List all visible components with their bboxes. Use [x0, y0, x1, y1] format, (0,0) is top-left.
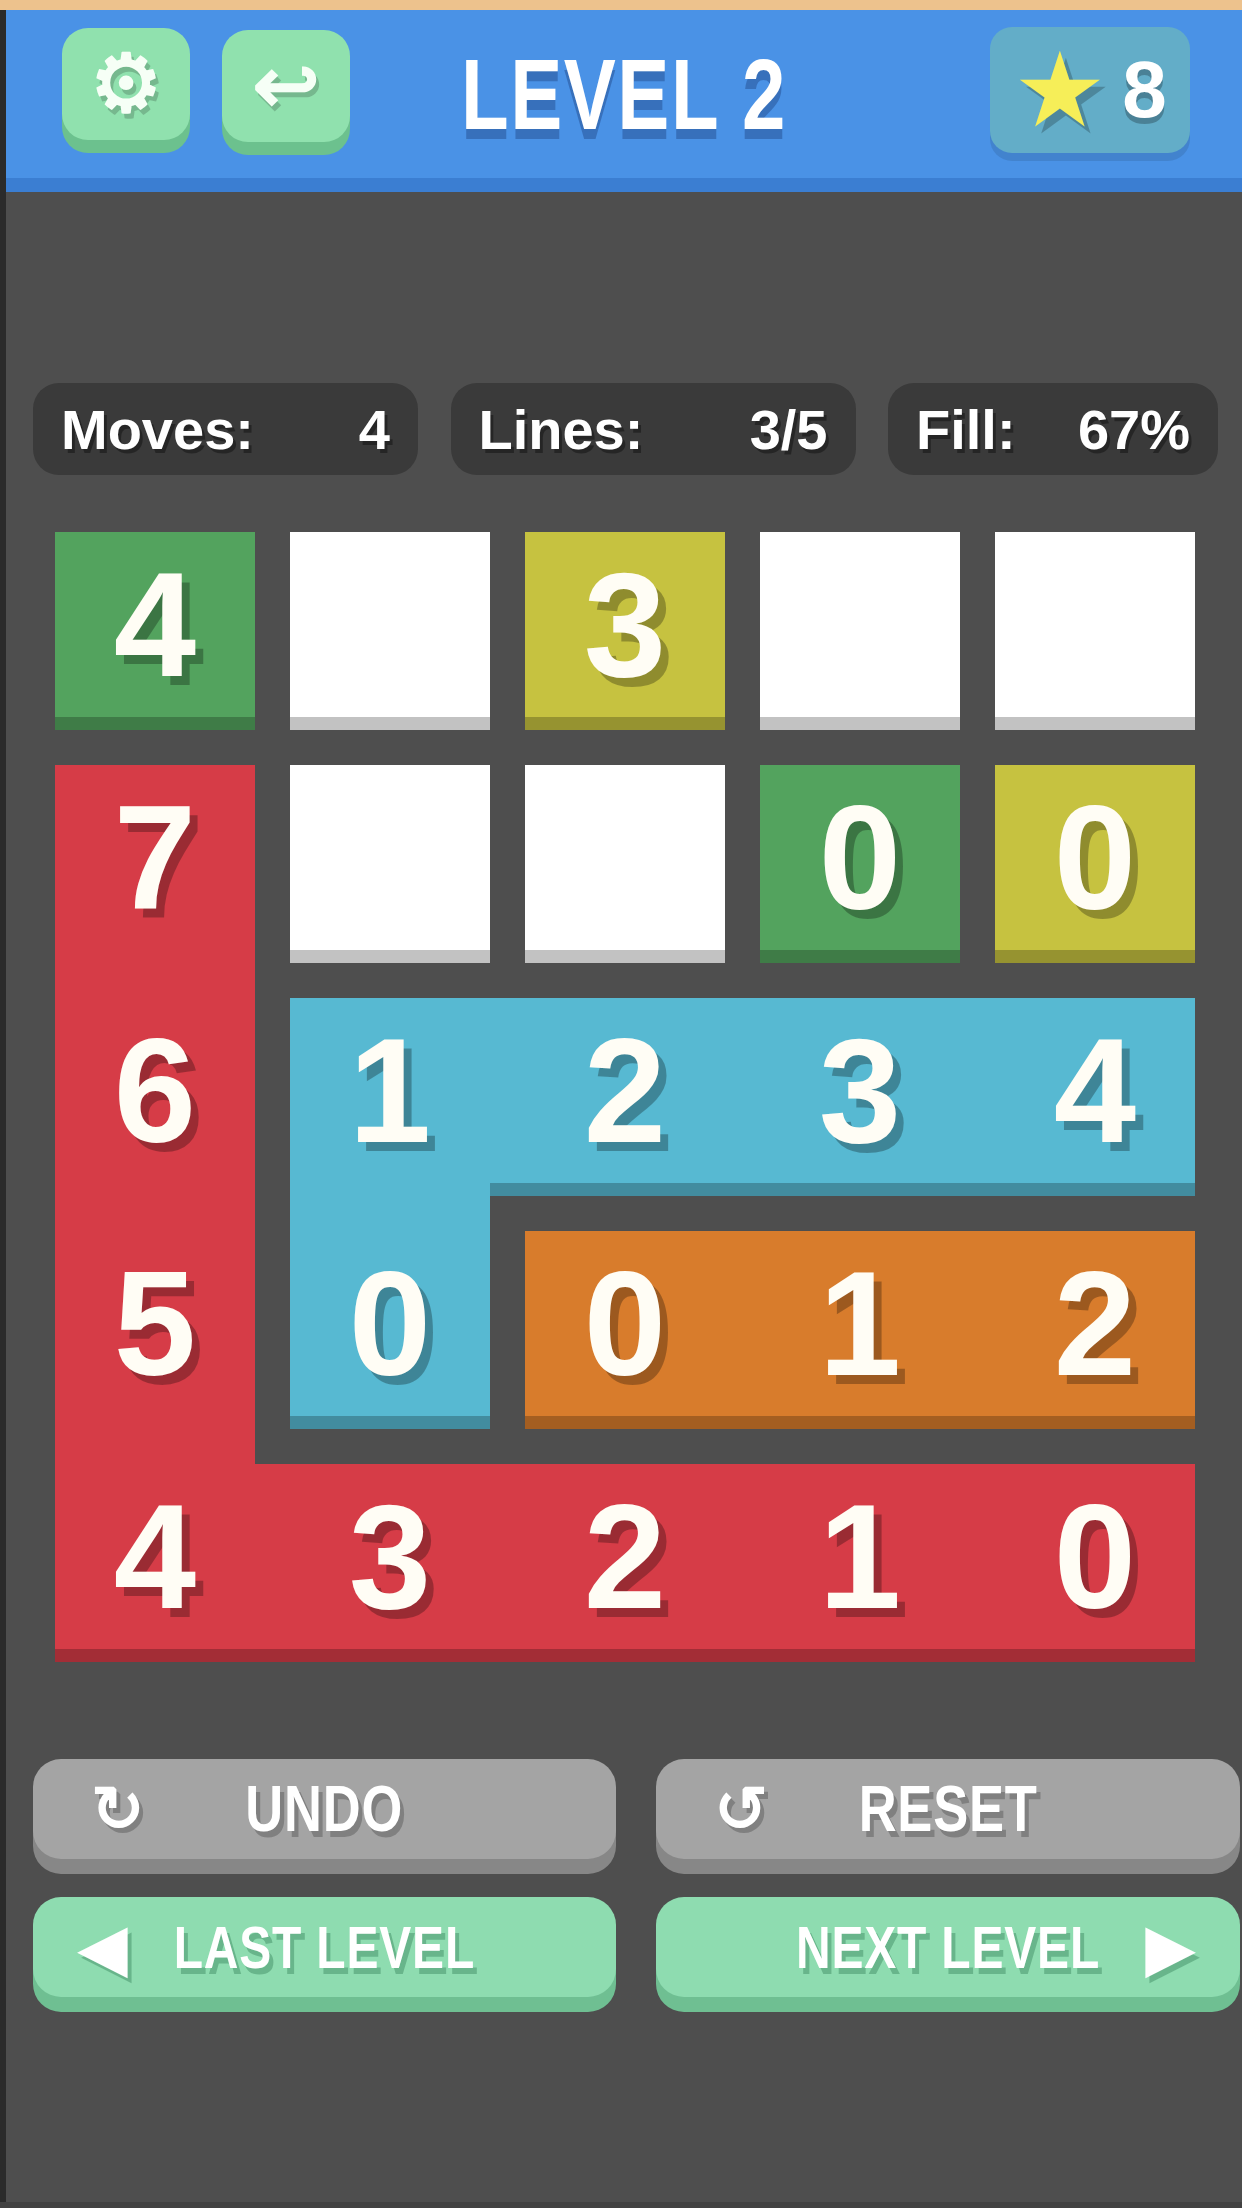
- next-level-button[interactable]: NEXT LEVEL ▶: [656, 1897, 1240, 1997]
- cell-number: 5: [114, 1250, 196, 1398]
- undo-circular-arrow-icon: ↻: [91, 1777, 145, 1841]
- cell-number: 1: [819, 1483, 901, 1631]
- cell-r4c4-orange-path[interactable]: 1: [760, 1231, 960, 1429]
- star-counter-badge[interactable]: ★ 8: [990, 27, 1190, 153]
- cell-number: 2: [584, 1483, 666, 1631]
- cell-r4c2-blue-path[interactable]: 0: [290, 1231, 490, 1429]
- cell-number: 2: [584, 1017, 666, 1165]
- star-count: 8: [1122, 44, 1167, 136]
- cell-r2c4-green-endpoint[interactable]: 0: [760, 765, 960, 963]
- settings-button[interactable]: ⚙: [62, 28, 190, 140]
- cell-number: 3: [819, 1017, 901, 1165]
- lines-value: 3/5: [750, 397, 828, 462]
- cell-r3c4-blue-path[interactable]: 3: [760, 998, 960, 1196]
- lines-label: Lines:: [479, 397, 644, 462]
- cell-r5c3-red-path[interactable]: 2: [525, 1464, 725, 1662]
- cell-number: 4: [114, 551, 196, 699]
- cell-r1c3-yellow-endpoint[interactable]: 3: [525, 532, 725, 730]
- cell-r2c5-yellow-endpoint[interactable]: 0: [995, 765, 1195, 963]
- undo-button[interactable]: ↻ UNDO: [33, 1759, 616, 1859]
- cell-r3c2-blue-path[interactable]: 1: [290, 998, 490, 1196]
- cell-r1c1-green-endpoint[interactable]: 4: [55, 532, 255, 730]
- left-edge: [0, 10, 6, 2208]
- top-strip: [0, 0, 1242, 10]
- left-triangle-icon: ◀: [77, 1914, 128, 1980]
- cell-r5c4-red-path[interactable]: 1: [760, 1464, 960, 1662]
- stats-row: Moves: 4 Lines: 3/5 Fill: 67%: [33, 383, 1218, 475]
- moves-value: 4: [359, 397, 390, 462]
- cell-number: 2: [1054, 1250, 1136, 1398]
- moves-label: Moves:: [61, 397, 254, 462]
- cell-r2c3-empty[interactable]: [525, 765, 725, 963]
- cell-number: 0: [1054, 1483, 1136, 1631]
- cell-r3c3-blue-path[interactable]: 2: [525, 998, 725, 1196]
- reset-cycle-icon: ↺: [714, 1777, 768, 1841]
- cell-r2c1-red-path[interactable]: 7: [55, 765, 255, 963]
- cell-number: 0: [819, 784, 901, 932]
- cell-r2c2-empty[interactable]: [290, 765, 490, 963]
- cell-r3c5-blue-path[interactable]: 4: [995, 998, 1195, 1196]
- cell-r3c1-red-path[interactable]: 6: [55, 998, 255, 1196]
- cell-number: 4: [114, 1483, 196, 1631]
- last-level-label: LAST LEVEL: [174, 1913, 475, 1982]
- reset-button[interactable]: ↺ RESET: [656, 1759, 1240, 1859]
- cell-r1c4-empty[interactable]: [760, 532, 960, 730]
- cell-number: 4: [1054, 1017, 1136, 1165]
- level-title: LEVEL 2: [461, 37, 787, 152]
- cell-r4c1-red-path[interactable]: 5: [55, 1231, 255, 1429]
- moves-pill: Moves: 4: [33, 383, 418, 475]
- cell-r5c5-red-path[interactable]: 0: [995, 1464, 1195, 1662]
- cell-number: 0: [584, 1250, 666, 1398]
- right-triangle-icon: ▶: [1145, 1914, 1196, 1980]
- cell-r4c5-orange-path[interactable]: 2: [995, 1231, 1195, 1429]
- star-icon: ★: [1013, 38, 1106, 142]
- cell-number: 0: [1054, 784, 1136, 932]
- undo-label: UNDO: [246, 1772, 404, 1846]
- cell-number: 0: [349, 1250, 431, 1398]
- cell-number: 3: [349, 1483, 431, 1631]
- header-bar: LEVEL 2 ⚙ ↩ ★ 8: [6, 10, 1242, 178]
- reset-label: RESET: [858, 1772, 1037, 1846]
- cell-number: 7: [114, 784, 196, 932]
- fill-label: Fill:: [916, 397, 1016, 462]
- fill-value: 67%: [1078, 397, 1190, 462]
- next-level-label: NEXT LEVEL: [796, 1913, 1100, 1982]
- bottom-edge: [0, 2202, 1242, 2208]
- back-button[interactable]: ↩: [222, 30, 350, 142]
- cell-r4c3-orange-path[interactable]: 0: [525, 1231, 725, 1429]
- cell-r1c2-empty[interactable]: [290, 532, 490, 730]
- lines-pill: Lines: 3/5: [451, 383, 856, 475]
- gear-icon: ⚙: [90, 44, 162, 124]
- cell-r5c1-red-path[interactable]: 4: [55, 1464, 255, 1662]
- puzzle-board: 4 3 7 0 0 6 1 2 3 4 5 0 0 1 2 4 3 2 1 0: [55, 532, 1195, 1662]
- fill-pill: Fill: 67%: [888, 383, 1218, 475]
- cell-number: 3: [584, 551, 666, 699]
- cell-number: 1: [819, 1250, 901, 1398]
- cell-r5c2-red-path[interactable]: 3: [290, 1464, 490, 1662]
- back-arrow-icon: ↩: [252, 46, 319, 126]
- last-level-button[interactable]: ◀ LAST LEVEL: [33, 1897, 616, 1997]
- cell-r1c5-empty[interactable]: [995, 532, 1195, 730]
- cell-number: 6: [114, 1017, 196, 1165]
- game-screen: LEVEL 2 ⚙ ↩ ★ 8 Moves: 4 Lines: 3/5 Fill…: [0, 0, 1242, 2208]
- cell-number: 1: [349, 1017, 431, 1165]
